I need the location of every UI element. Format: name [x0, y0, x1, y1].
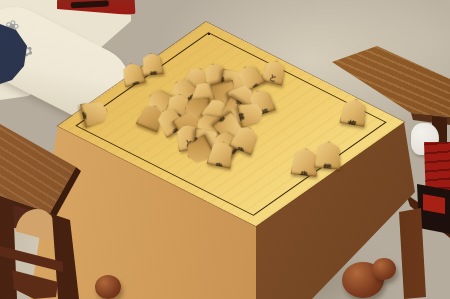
piece-kanji: 桂馬	[324, 156, 332, 157]
piece-kanji: 桂馬	[148, 65, 155, 66]
piece-kanji: 歩兵	[301, 163, 309, 164]
shogi-piece[interactable]: 桂馬	[314, 141, 342, 170]
shogi-piece[interactable]: 歩兵	[207, 139, 236, 168]
shogi-piece[interactable]: 金将	[80, 98, 110, 127]
piece-kanji: 桂馬	[249, 111, 251, 118]
piece-kanji: 歩兵	[241, 138, 249, 141]
shogi-piece[interactable]: 桂馬	[140, 52, 163, 76]
piece-kanji: 歩兵	[159, 100, 163, 106]
shogi-piece[interactable]: 銀将	[339, 97, 368, 127]
piece-body: 桂馬	[314, 141, 342, 170]
piece-kanji: 角行	[200, 94, 207, 96]
piece-kanji: と	[269, 68, 278, 79]
piece-body: 歩兵	[207, 139, 236, 168]
piece-kanji: 銀将	[350, 113, 358, 114]
piece-kanji: 王将	[212, 110, 218, 114]
shogi-room-scene: ❀✿❁✿ 香車桂馬と金将銀将歩兵桂馬歩兵歩兵香車歩兵銀将角行香車金将歩兵飛車王将…	[0, 0, 450, 299]
piece-body: 銀将	[339, 97, 368, 127]
piece-kanji: 歩兵	[247, 76, 253, 79]
piece-body: 桂馬	[140, 52, 163, 76]
piece-body: 金将	[80, 98, 110, 127]
piece-kanji: 歩兵	[217, 154, 225, 156]
piece-kanji: 香車	[239, 94, 242, 100]
piece-kanji: 歩兵	[212, 75, 219, 77]
piece-kanji: 金将	[93, 109, 95, 117]
piece-kanji: 香車	[130, 74, 137, 76]
